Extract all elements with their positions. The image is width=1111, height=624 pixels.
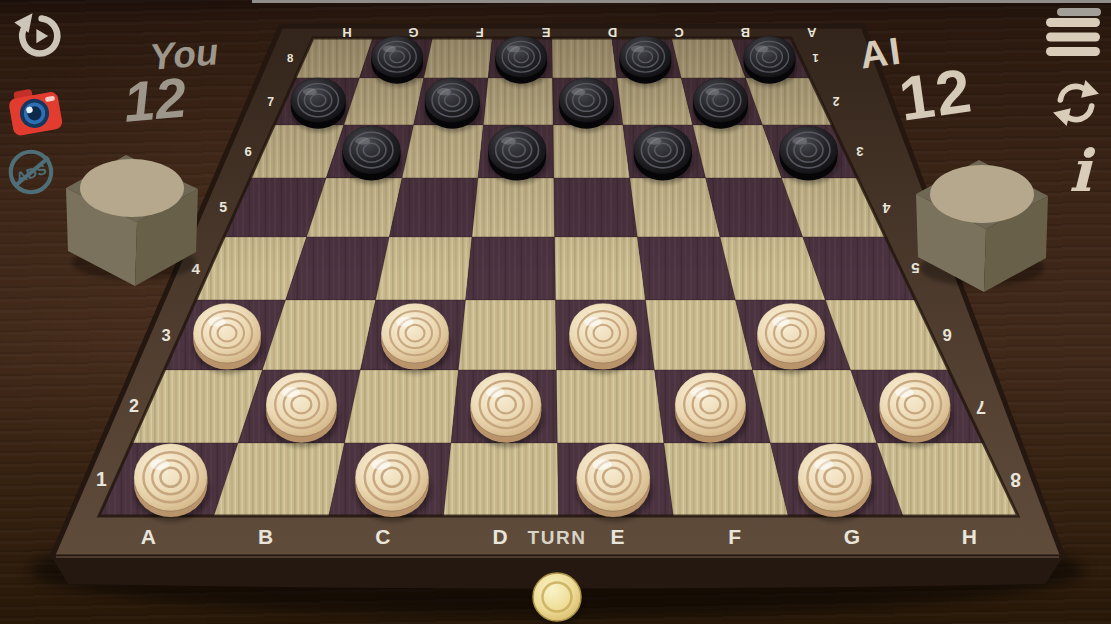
rank-label-right-8: 8 [1010,469,1021,490]
file-label-bottom-g: G [844,525,860,548]
square-c2[interactable] [345,370,459,443]
square-d5[interactable] [472,178,555,237]
right-piece-tray [916,160,1048,292]
you-piece-count: 12 [88,66,222,133]
square-d1[interactable] [444,443,559,516]
square-e5[interactable] [554,178,638,237]
piece-black-b8[interactable] [371,36,425,87]
file-label-bottom-c: C [375,525,390,548]
rank-label-right-4: 4 [882,200,890,216]
file-label-bottom-d: D [493,525,508,548]
square-d3[interactable] [458,300,556,370]
piece-white-h2[interactable] [879,373,953,448]
file-label-bottom-e: E [610,525,624,548]
piece-black-c7[interactable] [425,78,482,132]
piece-black-h6[interactable] [779,126,839,184]
rank-label-left-2: 2 [129,396,139,416]
game-screen: HGFEDCBAABCDEFGH8765432112345678 TURN [0,0,1111,624]
piece-black-d8[interactable] [495,36,549,87]
file-label-bottom-a: A [141,525,156,548]
piece-white-e3[interactable] [569,303,640,373]
piece-black-e7[interactable] [559,78,616,132]
square-e2[interactable] [557,370,664,443]
rank-label-right-6: 6 [942,325,951,344]
file-label-bottom-h: H [962,525,977,548]
file-label-top-g: G [408,25,418,40]
rank-label-left-7: 7 [267,95,274,109]
file-label-top-e: E [542,25,551,40]
no-ads-icon[interactable]: ADS [6,144,58,200]
file-label-top-f: F [476,25,484,40]
camera-icon[interactable] [4,78,67,143]
square-f1[interactable] [664,443,788,516]
square-f3[interactable] [646,300,753,370]
left-piece-tray [66,155,198,286]
piece-white-c1[interactable] [355,443,431,521]
piece-white-g3[interactable] [757,303,828,373]
square-c6[interactable] [402,125,483,178]
svg-text:i: i [1069,143,1096,203]
rank-label-right-5: 5 [911,260,920,277]
piece-white-a3[interactable] [193,303,264,373]
file-label-top-c: C [674,25,684,40]
file-label-bottom-b: B [258,525,273,548]
rank-label-left-5: 5 [219,199,227,215]
rank-label-right-7: 7 [976,397,986,417]
hamburger-icon[interactable] [1044,15,1102,63]
rank-label-right-3: 3 [856,144,863,159]
turn-indicator-disc [533,573,583,624]
piece-black-a7[interactable] [291,78,348,132]
square-e6[interactable] [553,125,630,178]
file-label-top-b: B [741,25,750,40]
rank-label-right-1: 1 [812,52,818,64]
replay-icon[interactable] [13,10,65,66]
square-f5[interactable] [630,178,720,237]
square-c8[interactable] [424,38,492,78]
square-d4[interactable] [466,237,556,300]
square-e8[interactable] [552,38,617,78]
piece-white-c3[interactable] [381,303,452,373]
piece-black-f6[interactable] [634,126,694,184]
square-e4[interactable] [555,237,646,300]
turn-label: TURN [528,527,587,548]
rank-label-left-6: 6 [245,144,252,159]
piece-black-f8[interactable] [620,36,674,87]
rank-label-left-3: 3 [161,326,170,345]
piece-black-b6[interactable] [342,126,402,184]
piece-white-f2[interactable] [675,373,749,448]
rank-label-left-8: 8 [287,52,293,64]
file-label-top-d: D [608,25,617,40]
piece-white-b2[interactable] [266,373,340,448]
sync-icon[interactable] [1051,78,1101,128]
square-c5[interactable] [389,178,478,237]
piece-white-a1[interactable] [133,443,209,521]
rank-label-left-1: 1 [96,469,107,490]
piece-black-g7[interactable] [693,78,750,132]
square-f4[interactable] [637,237,735,300]
piece-white-e1[interactable] [576,443,652,521]
file-label-bottom-f: F [728,525,741,548]
rank-label-right-2: 2 [833,94,840,108]
file-label-top-a: A [806,25,816,40]
file-label-top-h: H [342,25,351,40]
info-icon[interactable]: i [1056,143,1102,203]
piece-black-h8[interactable] [744,36,798,87]
square-c4[interactable] [376,237,472,300]
piece-white-d2[interactable] [470,373,544,448]
piece-black-d6[interactable] [488,126,548,184]
piece-white-g1[interactable] [797,443,873,521]
